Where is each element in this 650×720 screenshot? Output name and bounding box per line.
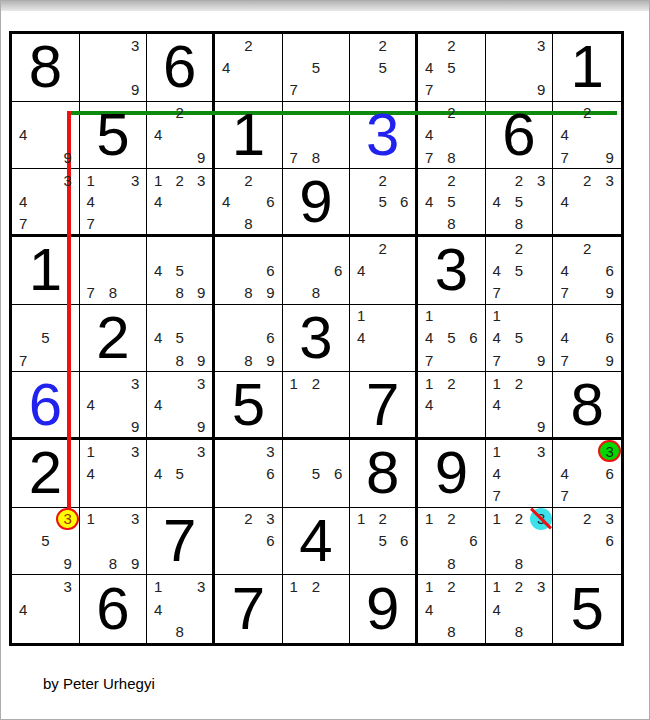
- candidate-9: 9: [259, 349, 281, 371]
- cell-r2c5[interactable]: 78: [283, 102, 351, 170]
- empty-candidate-slot: [530, 530, 552, 552]
- given-digit: 1: [570, 37, 603, 97]
- candidate-4: 4: [418, 598, 440, 621]
- given-digit: 7: [232, 579, 265, 639]
- candidate-3: 3: [598, 508, 621, 530]
- empty-candidate-slot: [56, 212, 78, 234]
- elimination-slash: [530, 507, 552, 529]
- cell-r6c8[interactable]: 1249: [486, 372, 554, 440]
- cell-r5c4[interactable]: 689: [215, 305, 283, 373]
- empty-candidate-slot: [576, 327, 599, 349]
- empty-candidate-slot: [372, 281, 394, 303]
- empty-candidate-slot: [576, 462, 599, 484]
- candidate-3: 3: [530, 440, 552, 462]
- cell-r9c9[interactable]: 5: [553, 575, 621, 643]
- empty-candidate-slot: [508, 78, 530, 100]
- candidate-3: 3: [530, 169, 552, 191]
- empty-candidate-slot: [124, 191, 146, 213]
- candidate-7: 7: [486, 484, 508, 506]
- cell-r4c5[interactable]: 68: [283, 237, 351, 305]
- empty-candidate-slot: [393, 56, 415, 78]
- empty-candidate-slot: [259, 169, 281, 191]
- cell-r4c3[interactable]: 4589: [147, 237, 215, 305]
- candidate-8: 8: [169, 620, 191, 643]
- cell-r6c7[interactable]: 124: [418, 372, 486, 440]
- empty-candidate-slot: [418, 620, 440, 643]
- candidate-3: 3: [56, 575, 78, 598]
- empty-candidate-slot: [102, 484, 124, 506]
- empty-candidate-slot: [56, 530, 78, 552]
- candidates: 256: [350, 169, 415, 234]
- empty-candidate-slot: [34, 508, 56, 530]
- empty-candidate-slot: [598, 552, 621, 574]
- candidate-6: 6: [598, 462, 621, 484]
- empty-candidate-slot: [305, 415, 327, 437]
- candidate-4: 4: [486, 191, 508, 213]
- candidate-2: 2: [372, 34, 394, 56]
- empty-candidate-slot: [418, 530, 440, 552]
- empty-candidate-slot: [462, 508, 484, 530]
- given-digit: 7: [163, 511, 196, 571]
- empty-candidate-slot: [486, 552, 508, 574]
- cell-r1c8[interactable]: 39: [486, 34, 554, 102]
- candidate-7: 7: [553, 349, 576, 371]
- cell-r5c9[interactable]: 4679: [553, 305, 621, 373]
- candidate-1: 1: [418, 575, 440, 598]
- author-caption: by Peter Urhegyi: [43, 675, 155, 692]
- empty-candidate-slot: [372, 552, 394, 574]
- cell-r9c5[interactable]: 12: [283, 575, 351, 643]
- cell-r2c3[interactable]: 249: [147, 102, 215, 170]
- empty-candidate-slot: [372, 327, 394, 349]
- candidate-1: 1: [486, 440, 508, 462]
- empty-candidate-slot: [508, 462, 530, 484]
- candidates: 4679: [553, 305, 621, 372]
- cell-r8c6[interactable]: 1256: [350, 508, 418, 576]
- empty-candidate-slot: [80, 259, 102, 281]
- candidates: 2457: [418, 34, 485, 101]
- empty-candidate-slot: [327, 620, 349, 643]
- empty-candidate-slot: [237, 56, 259, 78]
- empty-candidate-slot: [462, 124, 484, 146]
- empty-candidate-slot: [598, 237, 621, 259]
- empty-candidate-slot: [283, 394, 305, 416]
- empty-candidate-slot: [102, 415, 124, 437]
- empty-candidate-slot: [237, 462, 259, 484]
- empty-candidate-slot: [393, 34, 415, 56]
- user-digit: 3: [366, 105, 399, 165]
- cell-r8c9[interactable]: 236: [553, 508, 621, 576]
- empty-candidate-slot: [124, 237, 146, 259]
- empty-candidate-slot: [576, 259, 599, 281]
- candidate-5: 5: [305, 56, 327, 78]
- candidate-9: 9: [190, 349, 212, 371]
- candidate-3: 3: [190, 372, 212, 394]
- empty-candidate-slot: [305, 124, 327, 146]
- cell-r7c2[interactable]: 134: [80, 440, 148, 508]
- candidate-4: 4: [418, 56, 440, 78]
- empty-candidate-slot: [372, 349, 394, 371]
- cell-r1c1[interactable]: 8: [12, 34, 80, 102]
- cell-r3c3[interactable]: 1234: [147, 169, 215, 237]
- candidate-5: 5: [508, 259, 530, 281]
- cell-r9c8[interactable]: 12348: [486, 575, 554, 643]
- candidate-9: 9: [530, 415, 552, 437]
- candidate-3: 3: [124, 169, 146, 191]
- empty-candidate-slot: [598, 212, 621, 234]
- empty-candidate-slot: [327, 146, 349, 168]
- empty-candidate-slot: [486, 237, 508, 259]
- empty-candidate-slot: [530, 237, 552, 259]
- candidates: 57: [12, 305, 79, 372]
- empty-candidate-slot: [598, 102, 621, 124]
- cell-r5c7[interactable]: 14567: [418, 305, 486, 373]
- candidate-2: 2: [305, 372, 327, 394]
- cell-r1c2[interactable]: 39: [80, 34, 148, 102]
- empty-candidate-slot: [147, 415, 169, 437]
- empty-candidate-slot: [576, 146, 599, 168]
- empty-candidate-slot: [237, 78, 259, 100]
- candidate-4: 4: [147, 598, 169, 621]
- cell-r6c2[interactable]: 349: [80, 372, 148, 440]
- candidate-3: 3: [530, 34, 552, 56]
- cell-r5c5[interactable]: 3: [283, 305, 351, 373]
- candidate-8: 8: [102, 281, 124, 303]
- candidates: 25: [350, 34, 415, 101]
- empty-candidate-slot: [530, 191, 552, 213]
- candidate-7: 7: [418, 78, 440, 100]
- candidate-3: 3: [56, 169, 78, 191]
- candidate-6: 6: [259, 462, 281, 484]
- empty-candidate-slot: [350, 237, 372, 259]
- empty-candidate-slot: [259, 237, 281, 259]
- empty-candidate-slot: [190, 620, 212, 643]
- candidate-3-green-circle: 3: [598, 440, 621, 462]
- candidate-8: 8: [305, 146, 327, 168]
- empty-candidate-slot: [80, 78, 102, 100]
- empty-candidate-slot: [508, 56, 530, 78]
- empty-candidate-slot: [350, 530, 372, 552]
- candidate-9: 9: [190, 146, 212, 168]
- empty-candidate-slot: [350, 191, 372, 213]
- candidates: 23458: [486, 169, 553, 234]
- candidates: 1234: [147, 169, 212, 234]
- candidate-9: 9: [124, 78, 146, 100]
- empty-candidate-slot: [102, 530, 124, 552]
- candidate-6: 6: [259, 191, 281, 213]
- cell-r5c3[interactable]: 4589: [147, 305, 215, 373]
- cell-r4c6[interactable]: 24: [350, 237, 418, 305]
- empty-candidate-slot: [418, 552, 440, 574]
- candidate-3: 3: [259, 440, 281, 462]
- candidate-7: 7: [283, 146, 305, 168]
- candidate-2: 2: [169, 169, 191, 191]
- empty-candidate-slot: [80, 34, 102, 56]
- cell-r7c6[interactable]: 8: [350, 440, 418, 508]
- candidate-2: 2: [372, 237, 394, 259]
- candidate-6: 6: [327, 462, 349, 484]
- candidate-8: 8: [440, 146, 462, 168]
- empty-candidate-slot: [283, 124, 305, 146]
- cell-r7c9[interactable]: 3467: [553, 440, 621, 508]
- empty-candidate-slot: [508, 394, 530, 416]
- cell-r3c5[interactable]: 9: [283, 169, 351, 237]
- cell-r3c4[interactable]: 2468: [215, 169, 283, 237]
- candidate-4: 4: [418, 327, 440, 349]
- empty-candidate-slot: [530, 56, 552, 78]
- empty-candidate-slot: [283, 462, 305, 484]
- cell-r7c4[interactable]: 36: [215, 440, 283, 508]
- candidates: 349: [147, 372, 212, 437]
- empty-candidate-slot: [305, 394, 327, 416]
- given-digit: 9: [435, 443, 468, 503]
- cell-r9c2[interactable]: 6: [80, 575, 148, 643]
- empty-candidate-slot: [305, 484, 327, 506]
- candidate-7: 7: [418, 349, 440, 371]
- empty-candidate-slot: [80, 552, 102, 574]
- empty-candidate-slot: [462, 78, 484, 100]
- empty-candidate-slot: [486, 56, 508, 78]
- cell-r5c1[interactable]: 57: [12, 305, 80, 373]
- candidates: 249: [147, 102, 212, 169]
- empty-candidate-slot: [259, 34, 281, 56]
- empty-candidate-slot: [215, 78, 237, 100]
- cell-r2c7[interactable]: 2478: [418, 102, 486, 170]
- cell-r8c1[interactable]: 359: [12, 508, 80, 576]
- empty-candidate-slot: [576, 440, 599, 462]
- empty-candidate-slot: [190, 462, 212, 484]
- candidates: 1248: [418, 575, 485, 643]
- given-digit: 6: [502, 105, 535, 165]
- empty-candidate-slot: [34, 102, 56, 124]
- empty-candidate-slot: [124, 281, 146, 303]
- candidate-9: 9: [56, 146, 78, 168]
- candidate-1: 1: [80, 440, 102, 462]
- empty-candidate-slot: [393, 552, 415, 574]
- empty-candidate-slot: [169, 124, 191, 146]
- empty-candidate-slot: [56, 124, 78, 146]
- candidate-4: 4: [12, 598, 34, 621]
- empty-candidate-slot: [12, 146, 34, 168]
- empty-candidate-slot: [350, 281, 372, 303]
- candidate-4: 4: [215, 56, 237, 78]
- cell-r4c4[interactable]: 689: [215, 237, 283, 305]
- empty-candidate-slot: [553, 440, 576, 462]
- cell-r8c7[interactable]: 1268: [418, 508, 486, 576]
- cell-r2c1[interactable]: 49: [12, 102, 80, 170]
- cell-r4c7[interactable]: 3: [418, 237, 486, 305]
- empty-candidate-slot: [576, 124, 599, 146]
- cell-r9c4[interactable]: 7: [215, 575, 283, 643]
- empty-candidate-slot: [124, 56, 146, 78]
- cell-r9c7[interactable]: 1248: [418, 575, 486, 643]
- empty-candidate-slot: [283, 620, 305, 643]
- empty-candidate-slot: [576, 305, 599, 327]
- candidate-8: 8: [440, 620, 462, 643]
- given-digit: 7: [366, 375, 399, 435]
- cell-r3c9[interactable]: 234: [553, 169, 621, 237]
- empty-candidate-slot: [147, 281, 169, 303]
- empty-candidate-slot: [169, 146, 191, 168]
- candidate-4: 4: [147, 394, 169, 416]
- empty-candidate-slot: [190, 212, 212, 234]
- candidate-6: 6: [393, 191, 415, 213]
- candidate-8: 8: [169, 349, 191, 371]
- empty-candidate-slot: [80, 530, 102, 552]
- empty-candidate-slot: [102, 78, 124, 100]
- cell-r5c8[interactable]: 14579: [486, 305, 554, 373]
- cell-r8c5[interactable]: 4: [283, 508, 351, 576]
- cell-r1c7[interactable]: 2457: [418, 34, 486, 102]
- empty-candidate-slot: [462, 146, 484, 168]
- cell-r3c1[interactable]: 347: [12, 169, 80, 237]
- candidate-3: 3: [124, 34, 146, 56]
- empty-candidate-slot: [34, 124, 56, 146]
- empty-candidate-slot: [283, 56, 305, 78]
- empty-candidate-slot: [553, 508, 576, 530]
- cell-r6c3[interactable]: 349: [147, 372, 215, 440]
- empty-candidate-slot: [462, 415, 484, 437]
- candidate-2: 2: [508, 575, 530, 598]
- cell-r7c8[interactable]: 1347: [486, 440, 554, 508]
- candidate-1: 1: [80, 169, 102, 191]
- empty-candidate-slot: [508, 349, 530, 371]
- cell-r7c3[interactable]: 345: [147, 440, 215, 508]
- empty-candidate-slot: [102, 440, 124, 462]
- cell-r7c7[interactable]: 9: [418, 440, 486, 508]
- candidate-6: 6: [393, 530, 415, 552]
- candidate-3: 3: [190, 575, 212, 598]
- empty-candidate-slot: [327, 394, 349, 416]
- cell-r3c2[interactable]: 1347: [80, 169, 148, 237]
- cell-r2c9[interactable]: 2479: [553, 102, 621, 170]
- empty-candidate-slot: [508, 598, 530, 621]
- candidate-8: 8: [237, 349, 259, 371]
- cell-r4c8[interactable]: 2457: [486, 237, 554, 305]
- empty-candidate-slot: [215, 349, 237, 371]
- cell-r8c8[interactable]: 1238: [486, 508, 554, 576]
- empty-candidate-slot: [34, 305, 56, 327]
- empty-candidate-slot: [12, 552, 34, 574]
- empty-candidate-slot: [56, 102, 78, 124]
- empty-candidate-slot: [215, 169, 237, 191]
- empty-candidate-slot: [393, 169, 415, 191]
- cell-r9c6[interactable]: 9: [350, 575, 418, 643]
- cell-r7c5[interactable]: 56: [283, 440, 351, 508]
- candidate-4: 4: [12, 191, 34, 213]
- empty-candidate-slot: [190, 191, 212, 213]
- empty-candidate-slot: [462, 394, 484, 416]
- empty-candidate-slot: [440, 415, 462, 437]
- empty-candidate-slot: [462, 598, 484, 621]
- candidate-2: 2: [440, 169, 462, 191]
- cell-r1c5[interactable]: 57: [283, 34, 351, 102]
- cell-r9c1[interactable]: 34: [12, 575, 80, 643]
- empty-candidate-slot: [147, 305, 169, 327]
- empty-candidate-slot: [553, 237, 576, 259]
- empty-candidate-slot: [418, 415, 440, 437]
- empty-candidate-slot: [80, 372, 102, 394]
- empty-candidate-slot: [508, 530, 530, 552]
- empty-candidate-slot: [418, 34, 440, 56]
- empty-candidate-slot: [237, 552, 259, 574]
- candidate-8: 8: [237, 212, 259, 234]
- candidates: 234: [553, 169, 621, 234]
- empty-candidate-slot: [237, 259, 259, 281]
- cell-r1c3[interactable]: 6: [147, 34, 215, 102]
- empty-candidate-slot: [440, 598, 462, 621]
- given-digit: 1: [29, 240, 62, 300]
- cell-r8c2[interactable]: 1389: [80, 508, 148, 576]
- given-digit: 9: [299, 172, 332, 232]
- cell-r8c3[interactable]: 7: [147, 508, 215, 576]
- candidate-5: 5: [372, 191, 394, 213]
- cell-r5c6[interactable]: 14: [350, 305, 418, 373]
- empty-candidate-slot: [530, 484, 552, 506]
- empty-candidate-slot: [124, 484, 146, 506]
- cell-r3c6[interactable]: 256: [350, 169, 418, 237]
- candidate-4: 4: [553, 191, 576, 213]
- empty-candidate-slot: [215, 327, 237, 349]
- empty-candidate-slot: [440, 394, 462, 416]
- candidate-6: 6: [598, 327, 621, 349]
- candidate-4: 4: [486, 598, 508, 621]
- empty-candidate-slot: [393, 327, 415, 349]
- candidate-1: 1: [283, 575, 305, 598]
- cell-r3c8[interactable]: 23458: [486, 169, 554, 237]
- candidate-8: 8: [440, 552, 462, 574]
- candidate-1: 1: [418, 305, 440, 327]
- candidates: 3467: [553, 440, 621, 507]
- cell-r6c4[interactable]: 5: [215, 372, 283, 440]
- candidate-5: 5: [34, 327, 56, 349]
- cell-r6c9[interactable]: 8: [553, 372, 621, 440]
- candidates: 1249: [486, 372, 553, 437]
- empty-candidate-slot: [462, 620, 484, 643]
- empty-candidate-slot: [418, 169, 440, 191]
- candidate-7: 7: [12, 349, 34, 371]
- empty-candidate-slot: [598, 305, 621, 327]
- cell-r1c6[interactable]: 25: [350, 34, 418, 102]
- candidate-5: 5: [169, 462, 191, 484]
- cell-r4c9[interactable]: 24679: [553, 237, 621, 305]
- candidate-4: 4: [147, 124, 169, 146]
- empty-candidate-slot: [215, 440, 237, 462]
- sudoku-board: 8396245725245739149524917832478624793471…: [9, 31, 624, 646]
- cell-r8c4[interactable]: 236: [215, 508, 283, 576]
- empty-candidate-slot: [350, 56, 372, 78]
- candidates: 1389: [80, 508, 147, 575]
- empty-candidate-slot: [190, 598, 212, 621]
- cell-r1c4[interactable]: 24: [215, 34, 283, 102]
- cell-r6c5[interactable]: 12: [283, 372, 351, 440]
- empty-candidate-slot: [486, 169, 508, 191]
- cell-r3c7[interactable]: 2458: [418, 169, 486, 237]
- empty-candidate-slot: [215, 34, 237, 56]
- empty-candidate-slot: [169, 212, 191, 234]
- cell-r4c2[interactable]: 78: [80, 237, 148, 305]
- empty-candidate-slot: [147, 237, 169, 259]
- cell-r5c2[interactable]: 2: [80, 305, 148, 373]
- empty-candidate-slot: [190, 259, 212, 281]
- cell-r1c9[interactable]: 1: [553, 34, 621, 102]
- candidates: 14567: [418, 305, 485, 372]
- cell-r9c3[interactable]: 1348: [147, 575, 215, 643]
- cell-r6c6[interactable]: 7: [350, 372, 418, 440]
- given-digit: 5: [232, 375, 265, 435]
- candidate-3: 3: [190, 169, 212, 191]
- candidates: 345: [147, 440, 212, 507]
